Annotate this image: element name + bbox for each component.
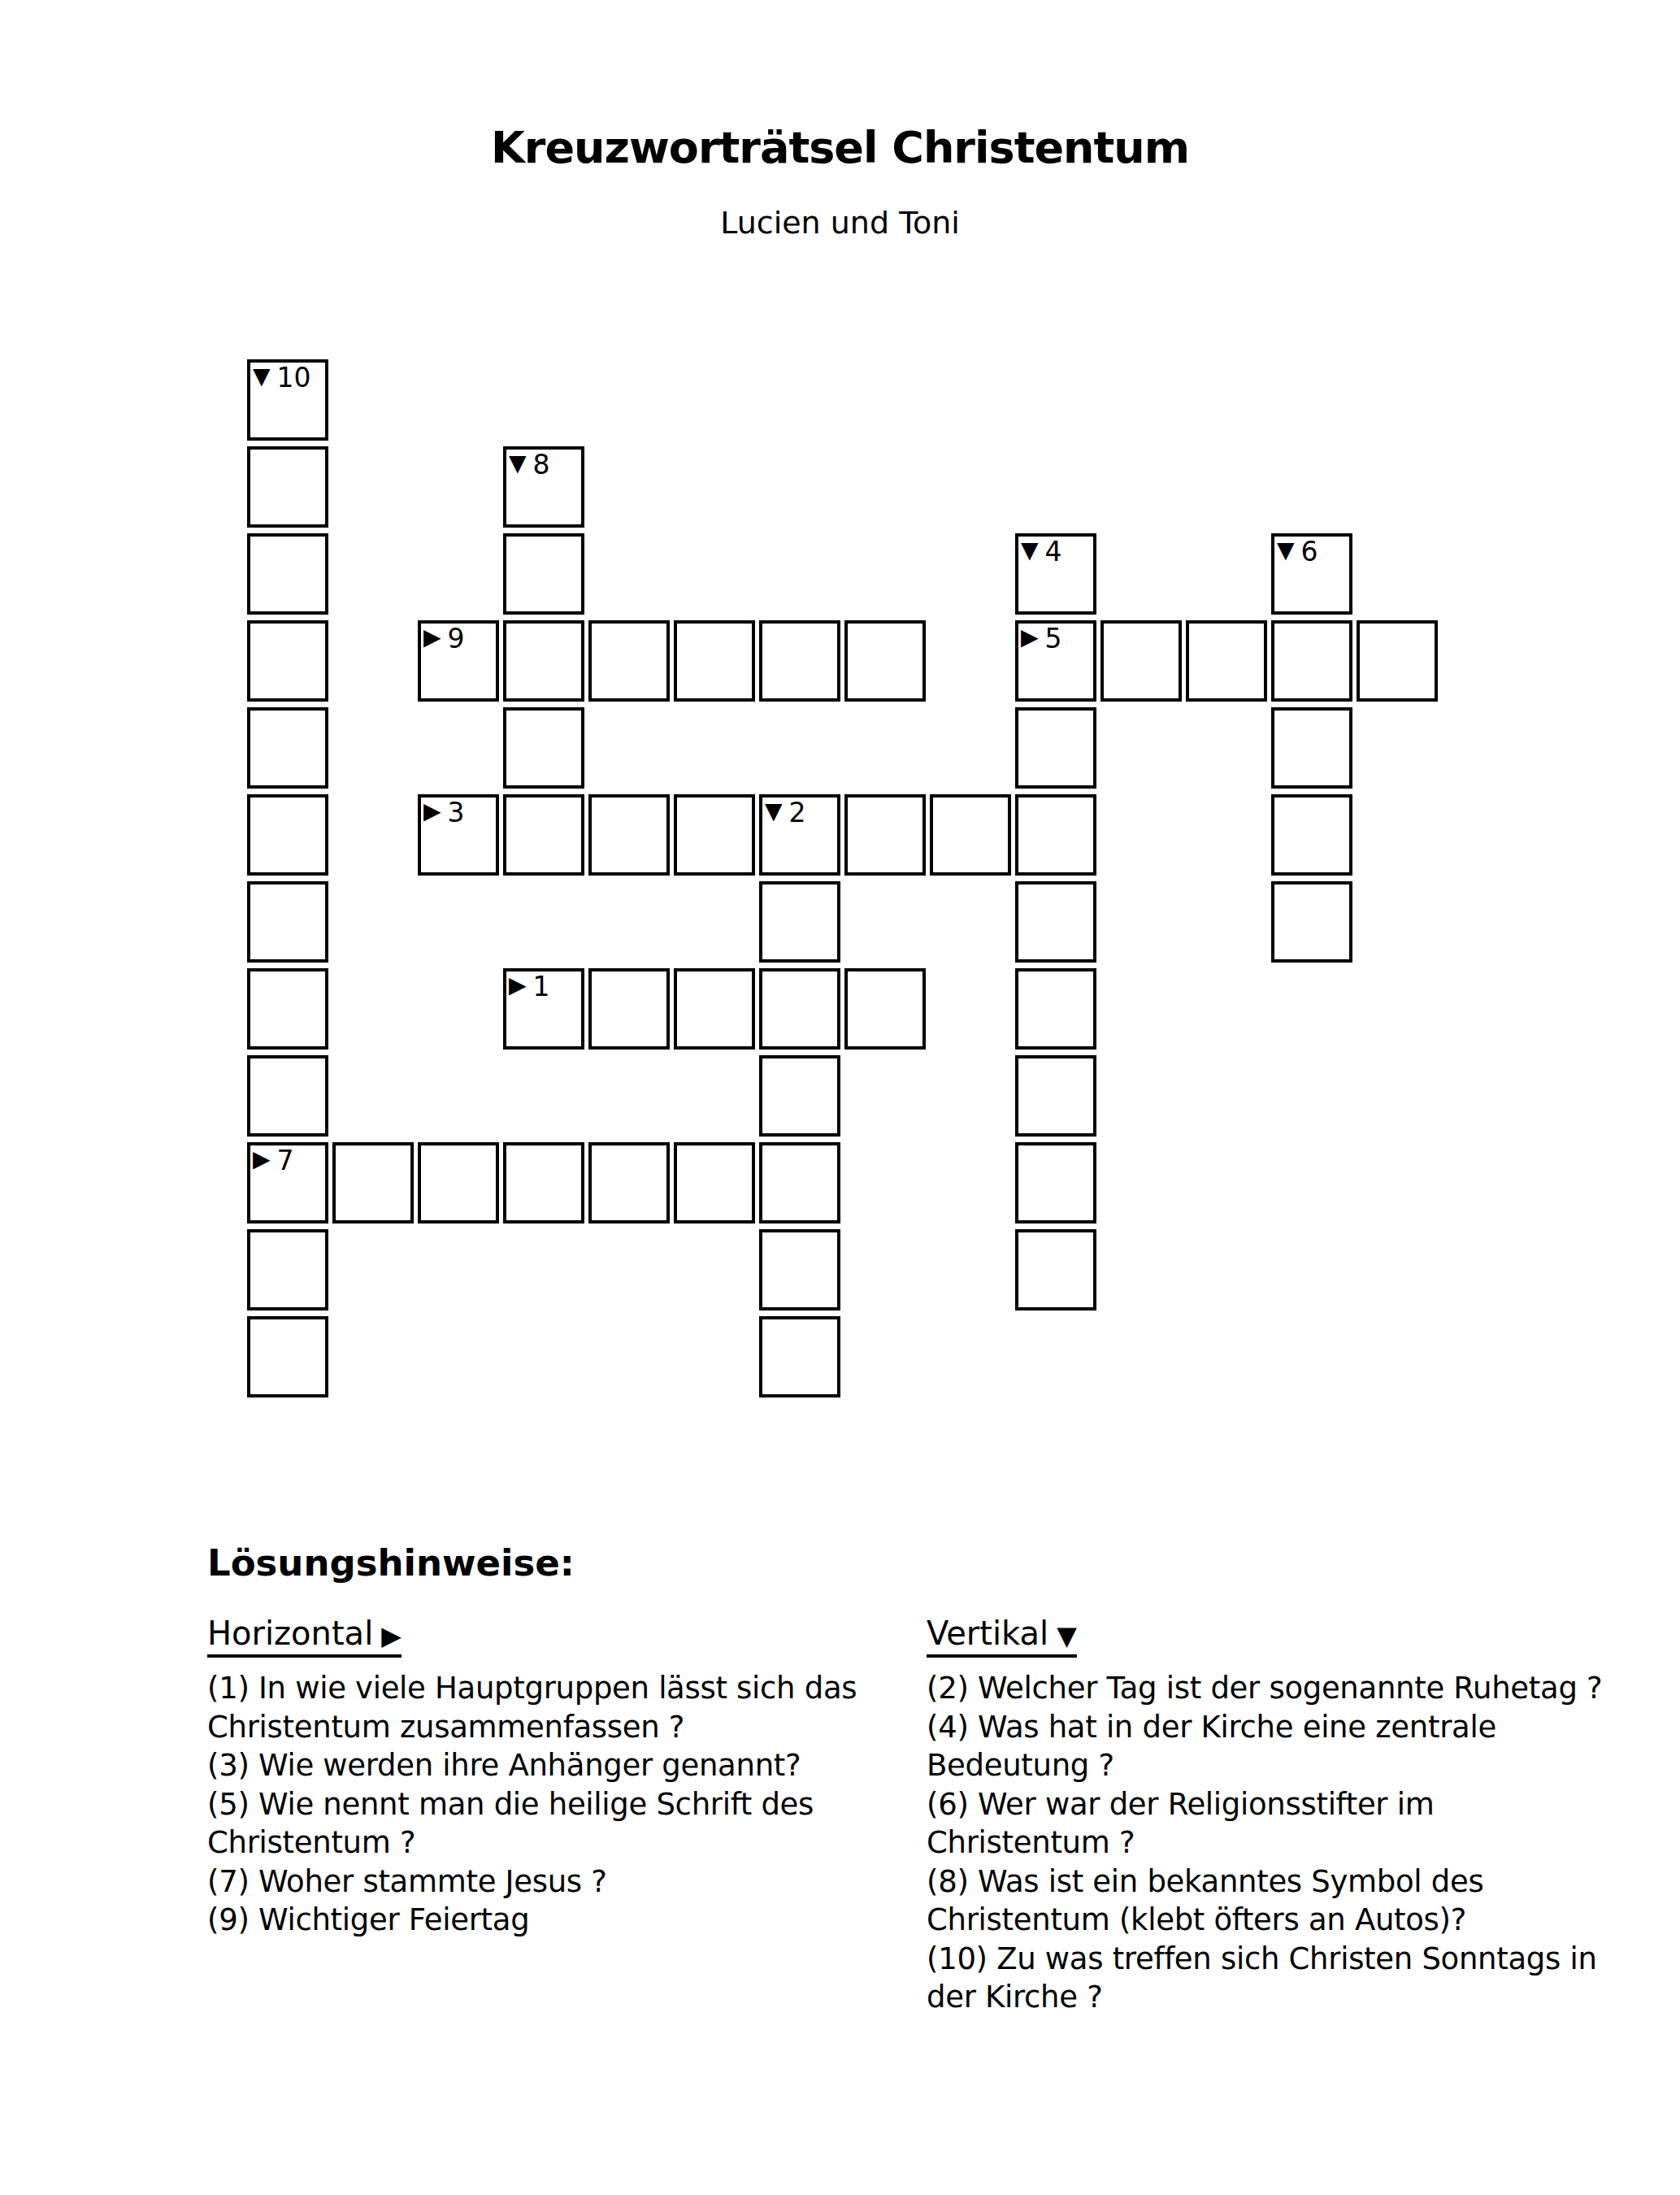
clue-line: (6) Wer war der Religionsstifter im: [927, 1785, 1634, 1824]
grid-cell-r7c6[interactable]: [759, 968, 840, 1050]
grid-cell-r5c12[interactable]: [1271, 794, 1352, 876]
grid-cell-r3c5[interactable]: [674, 620, 755, 702]
grid-cell-r4c12[interactable]: [1271, 707, 1352, 789]
clue-line: (3) Wie werden ihre Anhänger genannt?: [207, 1746, 922, 1785]
clue-line: Christentum ?: [207, 1823, 922, 1862]
grid-cell-r7c9[interactable]: [1015, 968, 1096, 1050]
grid-cell-r3c13[interactable]: [1357, 620, 1438, 702]
down-clue-list: (2) Welcher Tag ist der sogenannte Ruhet…: [927, 1669, 1634, 2017]
clue-line: (7) Woher stammte Jesus ?: [207, 1862, 922, 1902]
grid-cell-r5c2[interactable]: [418, 794, 499, 876]
across-header-label: Horizontal: [207, 1615, 373, 1652]
grid-cell-r3c12[interactable]: [1271, 620, 1352, 702]
worksheet-page: { "page": { "title": "Kreuzworträtsel Ch…: [0, 0, 1680, 2195]
grid-cell-r3c6[interactable]: [759, 620, 840, 702]
grid-cell-r6c9[interactable]: [1015, 881, 1096, 963]
grid-cell-r5c0[interactable]: [247, 794, 328, 876]
clue-line: (1) In wie viele Hauptgruppen lässt sich…: [207, 1669, 922, 1708]
grid-cell-r9c9[interactable]: [1015, 1142, 1096, 1224]
page-title: Kreuzworträtsel Christentum: [0, 122, 1680, 173]
clue-line: (2) Welcher Tag ist der sogenannte Ruhet…: [927, 1669, 1634, 1708]
grid-cell-r5c9[interactable]: [1015, 794, 1096, 876]
grid-cell-r6c12[interactable]: [1271, 881, 1352, 963]
down-header: Vertikal▼: [927, 1615, 1077, 1658]
grid-cell-r4c9[interactable]: [1015, 707, 1096, 789]
clue-line: der Kirche ?: [927, 1978, 1634, 2017]
grid-cell-r2c0[interactable]: [247, 533, 328, 615]
grid-cell-r6c6[interactable]: [759, 881, 840, 963]
grid-cell-r10c6[interactable]: [759, 1229, 840, 1310]
grid-cell-r2c9[interactable]: [1015, 533, 1096, 615]
grid-cell-r5c7[interactable]: [844, 794, 926, 876]
grid-cell-r10c0[interactable]: [247, 1229, 328, 1310]
clue-line: (4) Was hat in der Kirche eine zentrale: [927, 1708, 1634, 1747]
grid-cell-r3c10[interactable]: [1100, 620, 1182, 702]
grid-cell-r8c0[interactable]: [247, 1055, 328, 1137]
grid-cell-r11c0[interactable]: [247, 1316, 328, 1397]
clue-line: Christentum ?: [927, 1823, 1634, 1862]
grid-cell-r7c7[interactable]: [844, 968, 926, 1050]
grid-cell-r5c3[interactable]: [503, 794, 584, 876]
grid-cell-r1c0[interactable]: [247, 446, 328, 528]
grid-cell-r3c9[interactable]: [1015, 620, 1096, 702]
grid-cell-r9c2[interactable]: [418, 1142, 499, 1224]
grid-cell-r5c5[interactable]: [674, 794, 755, 876]
clue-line: (5) Wie nennt man die heilige Schrift de…: [207, 1785, 922, 1824]
grid-cell-r7c4[interactable]: [588, 968, 670, 1050]
grid-cell-r9c3[interactable]: [503, 1142, 584, 1224]
right-arrow-icon: ▶: [381, 1620, 402, 1651]
grid-cell-r3c11[interactable]: [1186, 620, 1267, 702]
grid-cell-r9c0[interactable]: [247, 1142, 328, 1224]
grid-cell-r10c9[interactable]: [1015, 1229, 1096, 1310]
grid-cell-r8c9[interactable]: [1015, 1055, 1096, 1137]
clue-line: (8) Was ist ein bekanntes Symbol des: [927, 1862, 1634, 1902]
grid-cell-r9c1[interactable]: [332, 1142, 414, 1224]
down-clues-column: Vertikal▼ (2) Welcher Tag ist der sogena…: [927, 1615, 1634, 2017]
grid-cell-r3c0[interactable]: [247, 620, 328, 702]
grid-cell-r2c3[interactable]: [503, 533, 584, 615]
clue-line: Christentum (klebt öfters an Autos)?: [927, 1901, 1634, 1940]
grid-cell-r3c3[interactable]: [503, 620, 584, 702]
down-arrow-icon: ▼: [1057, 1620, 1077, 1651]
grid-cell-r9c5[interactable]: [674, 1142, 755, 1224]
grid-cell-r3c4[interactable]: [588, 620, 670, 702]
clue-line: Bedeutung ?: [927, 1746, 1634, 1785]
grid-cell-r4c3[interactable]: [503, 707, 584, 789]
grid-cell-r7c3[interactable]: [503, 968, 584, 1050]
hints-heading: Lösungshinweise:: [207, 1541, 575, 1584]
grid-cell-r0c0[interactable]: [247, 359, 328, 441]
grid-cell-r1c3[interactable]: [503, 446, 584, 528]
across-clues-column: Horizontal▶ (1) In wie viele Hauptgruppe…: [207, 1615, 922, 1940]
crossword-grid: ▼10▼8▼4▼6▶9▶5▶3▼2▶1▶7: [247, 359, 1442, 1403]
down-header-label: Vertikal: [927, 1615, 1048, 1652]
grid-cell-r2c12[interactable]: [1271, 533, 1352, 615]
grid-cell-r7c5[interactable]: [674, 968, 755, 1050]
grid-cell-r11c6[interactable]: [759, 1316, 840, 1397]
grid-cell-r3c7[interactable]: [844, 620, 926, 702]
grid-cell-r9c6[interactable]: [759, 1142, 840, 1224]
grid-cell-r3c2[interactable]: [418, 620, 499, 702]
across-clue-list: (1) In wie viele Hauptgruppen lässt sich…: [207, 1669, 922, 1940]
clue-line: Christentum zusammenfassen ?: [207, 1708, 922, 1747]
page-subtitle: Lucien und Toni: [0, 205, 1680, 241]
across-header: Horizontal▶: [207, 1615, 402, 1658]
clue-line: (9) Wichtiger Feiertag: [207, 1901, 922, 1940]
clue-line: (10) Zu was treffen sich Christen Sonnta…: [927, 1940, 1634, 1979]
grid-cell-r9c4[interactable]: [588, 1142, 670, 1224]
grid-cell-r4c0[interactable]: [247, 707, 328, 789]
grid-cell-r5c4[interactable]: [588, 794, 670, 876]
grid-cell-r8c6[interactable]: [759, 1055, 840, 1137]
grid-cell-r7c0[interactable]: [247, 968, 328, 1050]
grid-cell-r6c0[interactable]: [247, 881, 328, 963]
grid-cell-r5c8[interactable]: [930, 794, 1011, 876]
grid-cell-r5c6[interactable]: [759, 794, 840, 876]
